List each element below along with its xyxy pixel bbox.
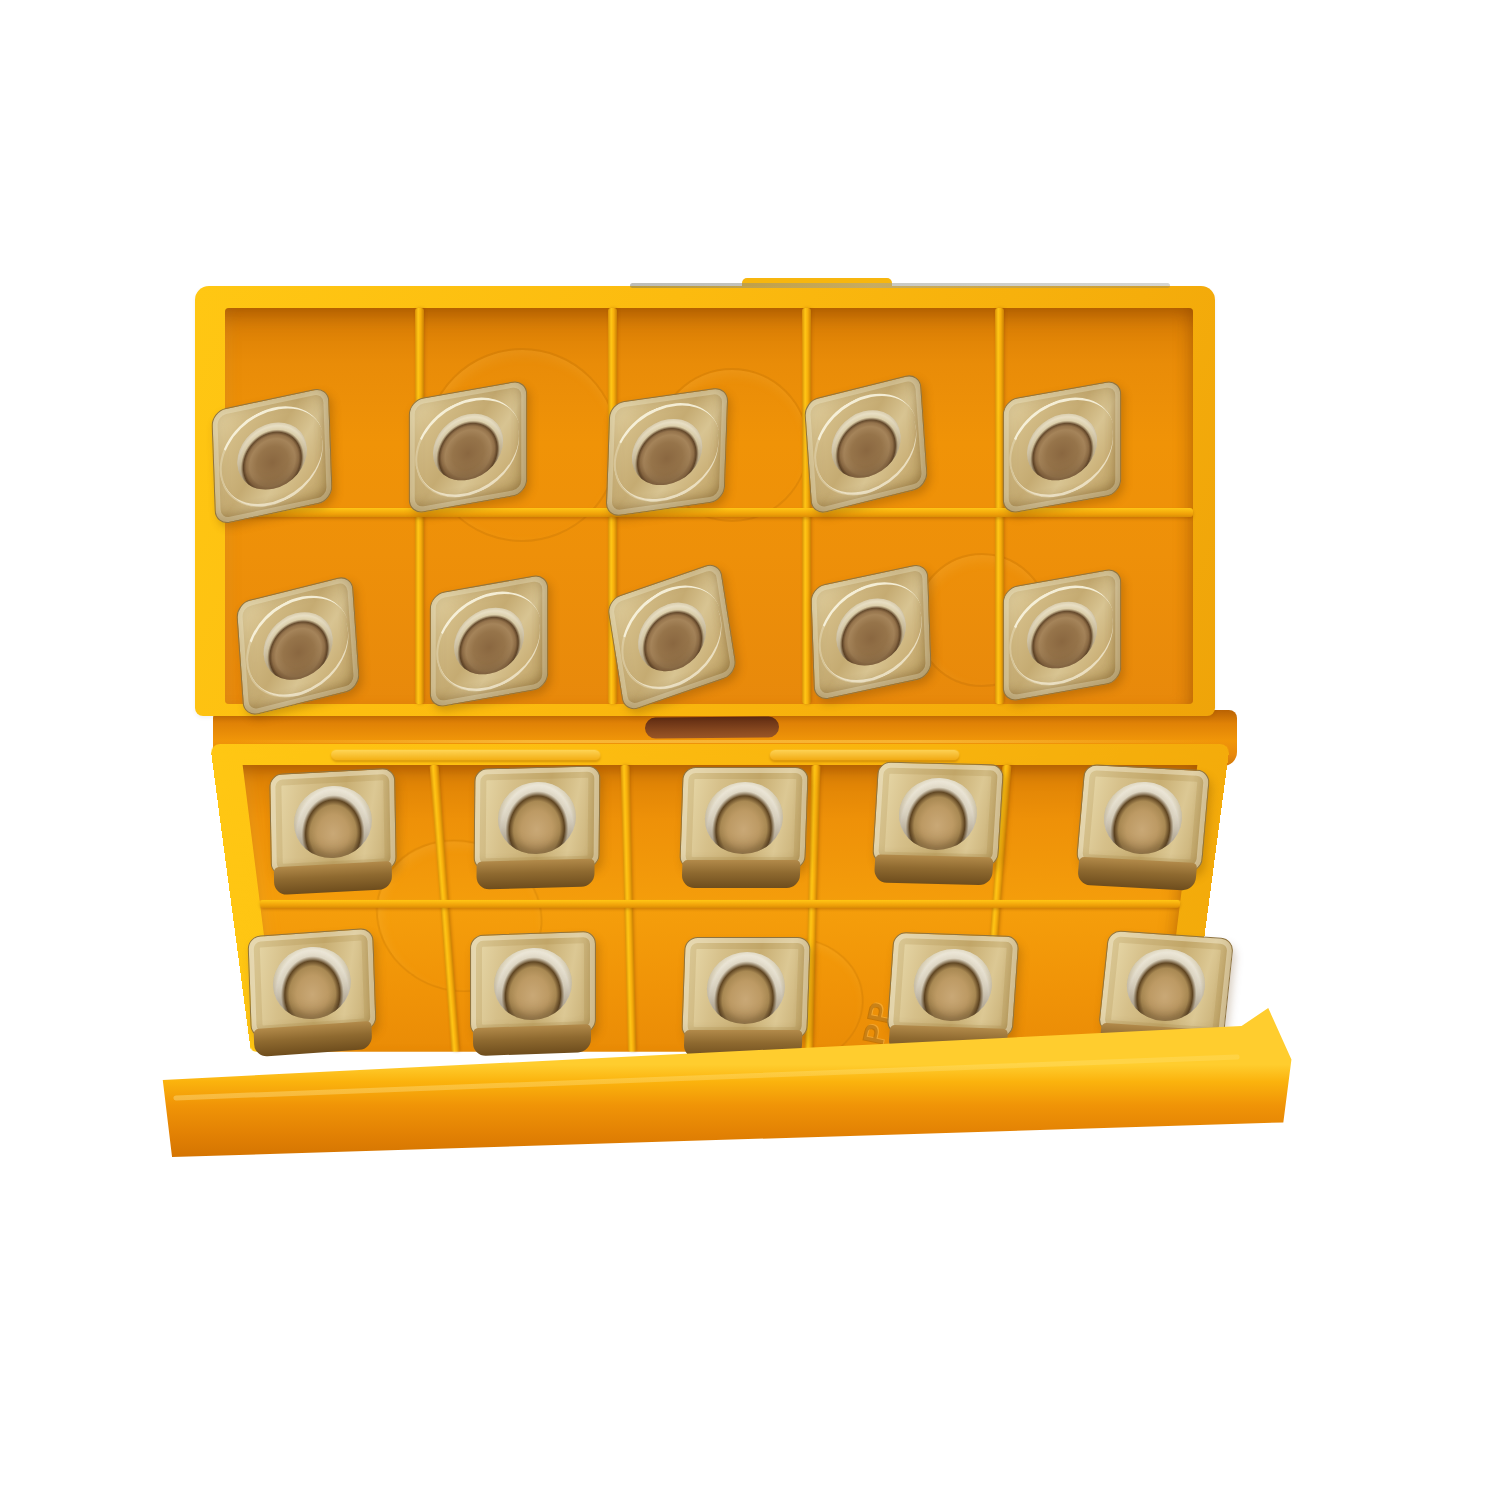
insert-hole [911,948,994,1023]
carbide-insert [679,767,809,869]
insert-hole [1123,946,1208,1023]
product-photo: PP [0,0,1500,1500]
carbide-insert [886,932,1019,1038]
insert-hole [704,782,785,854]
carbide-insert [269,768,397,877]
carbide-insert [1098,930,1234,1040]
tray-insert-layer [0,0,1500,1500]
insert-hole [706,952,787,1024]
insert-hole [498,781,577,855]
insert-hole [293,784,372,860]
insert-hole [272,944,352,1021]
insert-hole [1101,780,1185,856]
carbide-insert [681,937,811,1039]
carbide-insert [872,761,1004,866]
insert-hole [897,777,979,851]
carbide-insert [247,928,376,1039]
carbide-insert [1076,764,1211,872]
carbide-insert [474,765,601,870]
carbide-insert [470,931,596,1037]
insert-hole [494,947,572,1022]
